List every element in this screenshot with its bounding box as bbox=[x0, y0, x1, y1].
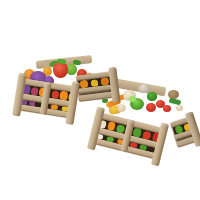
crate-end-panel bbox=[76, 71, 119, 102]
crate-end-panel bbox=[170, 116, 200, 148]
lettuce-leaf bbox=[129, 96, 136, 102]
strawberry bbox=[53, 62, 68, 78]
product-photo bbox=[0, 0, 200, 200]
tomato bbox=[146, 103, 156, 112]
tomato bbox=[163, 105, 171, 112]
green-pepper bbox=[147, 92, 157, 101]
garlic bbox=[176, 105, 183, 111]
turnip bbox=[117, 104, 126, 112]
